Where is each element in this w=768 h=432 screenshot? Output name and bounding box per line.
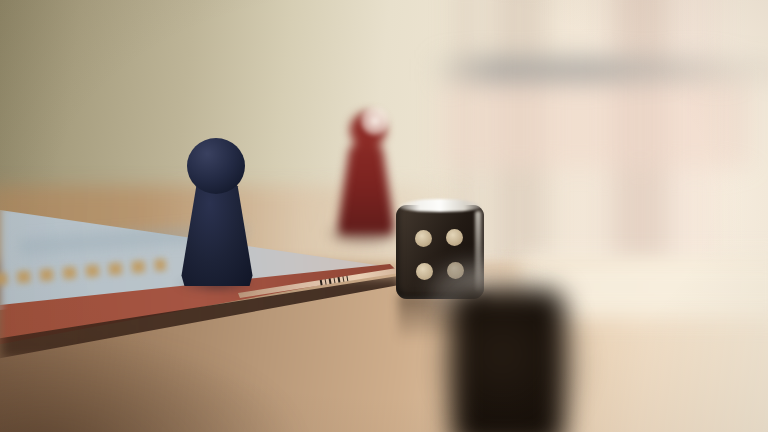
die-pip <box>415 230 432 247</box>
window-pink-glow <box>440 82 750 168</box>
blue-pawn-head <box>187 138 245 194</box>
red-pawn-body <box>338 142 394 234</box>
window-sill-band <box>430 58 768 82</box>
die-pip <box>446 229 463 246</box>
blue-pawn-body <box>180 180 254 286</box>
photo-scene <box>0 0 768 432</box>
bokeh-highlight <box>360 106 390 136</box>
blue-pawn <box>176 136 258 292</box>
foreground-die <box>452 290 564 432</box>
